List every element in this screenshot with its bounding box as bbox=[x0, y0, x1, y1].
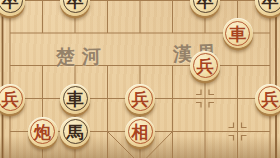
piece-red-soldier-center[interactable]: 兵 bbox=[125, 84, 155, 114]
piece-glyph: 卒 bbox=[197, 0, 214, 10]
piece-black-horse[interactable]: 馬 bbox=[60, 117, 90, 147]
xiangqi-board[interactable]: 楚河 漢界 卒卒卒卒車兵兵車兵兵炮馬相 bbox=[0, 0, 280, 158]
piece-glyph: 車 bbox=[67, 91, 84, 108]
piece-red-chariot[interactable]: 車 bbox=[223, 18, 253, 48]
piece-glyph: 兵 bbox=[132, 91, 149, 108]
piece-glyph: 相 bbox=[132, 124, 149, 141]
piece-black-chariot[interactable]: 車 bbox=[60, 84, 90, 114]
piece-glyph: 卒 bbox=[262, 0, 279, 10]
piece-red-soldier-advanced[interactable]: 兵 bbox=[190, 51, 220, 81]
piece-red-soldier-left[interactable]: 兵 bbox=[0, 84, 25, 114]
piece-glyph: 炮 bbox=[34, 124, 51, 141]
piece-glyph: 卒 bbox=[67, 0, 84, 10]
piece-glyph: 馬 bbox=[67, 124, 84, 141]
pieces-layer: 卒卒卒卒車兵兵車兵兵炮馬相 bbox=[0, 0, 280, 158]
piece-glyph: 兵 bbox=[262, 91, 279, 108]
piece-red-elephant[interactable]: 相 bbox=[125, 117, 155, 147]
piece-glyph: 兵 bbox=[197, 58, 214, 75]
piece-glyph: 卒 bbox=[2, 0, 19, 10]
piece-black-soldier-file9[interactable]: 卒 bbox=[255, 0, 280, 16]
piece-glyph: 兵 bbox=[2, 91, 19, 108]
piece-glyph: 車 bbox=[229, 25, 246, 42]
piece-red-cannon[interactable]: 炮 bbox=[28, 117, 58, 147]
piece-black-soldier-file1[interactable]: 卒 bbox=[0, 0, 25, 16]
piece-red-soldier-right[interactable]: 兵 bbox=[255, 84, 280, 114]
piece-black-soldier-file3[interactable]: 卒 bbox=[60, 0, 90, 16]
piece-black-soldier-file7[interactable]: 卒 bbox=[190, 0, 220, 16]
